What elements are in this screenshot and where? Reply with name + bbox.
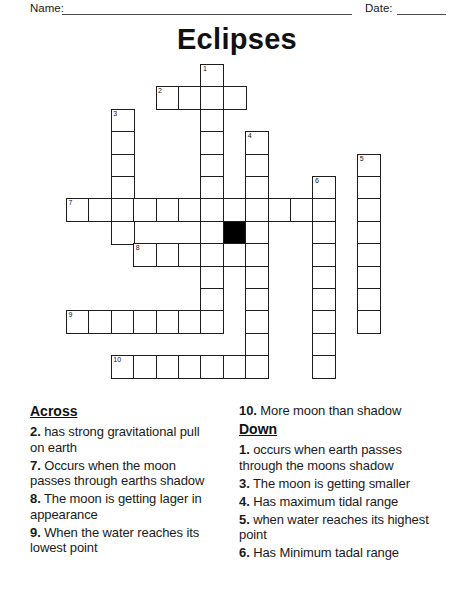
grid-cell-r8c4[interactable] (156, 243, 180, 267)
cell-number-5: 5 (360, 155, 364, 163)
grid-cell-r8c8[interactable] (245, 243, 269, 267)
grid-cell-r11c0[interactable]: 9 (66, 310, 90, 334)
grid-cell-r1c6[interactable] (200, 86, 224, 110)
clue-number: 9. (30, 525, 41, 540)
cell-number-2: 2 (158, 87, 162, 95)
grid-cell-r8c11[interactable] (312, 243, 336, 267)
across-heading: Across (30, 403, 216, 419)
clue-down-5: 5. when water reaches its highest point (239, 512, 437, 543)
clue-number: 6. (239, 545, 250, 560)
grid-cell-r8c7[interactable] (223, 243, 247, 267)
grid-cell-r13c6[interactable] (200, 355, 224, 379)
clue-number: 4. (239, 494, 250, 509)
grid-cell-r4c13[interactable]: 5 (357, 154, 381, 178)
clue-number: 10. (239, 403, 257, 418)
clues-right-column: 10. More moon than shadow Down 1. occurs… (239, 403, 437, 563)
grid-cell-r6c3[interactable] (133, 198, 157, 222)
grid-cell-r7c2[interactable] (111, 221, 135, 245)
grid-cell-r12c8[interactable] (245, 333, 269, 357)
grid-cell-r10c8[interactable] (245, 288, 269, 312)
grid-cell-r13c5[interactable] (178, 355, 202, 379)
clue-across-10: 10. More moon than shadow (239, 403, 437, 419)
grid-cell-r11c3[interactable] (133, 310, 157, 334)
grid-cell-r6c0[interactable]: 7 (66, 198, 90, 222)
grid-cell-r6c6[interactable] (200, 198, 224, 222)
black-cell-r7c7 (223, 221, 247, 245)
grid-cell-r13c2[interactable]: 10 (111, 355, 135, 379)
grid-cell-r9c6[interactable] (200, 266, 224, 290)
grid-cell-r7c6[interactable] (200, 221, 224, 245)
clue-down-1: 1. occurs when earth passes through the … (239, 442, 437, 473)
grid-cell-r6c11[interactable] (312, 198, 336, 222)
down-heading: Down (239, 421, 437, 437)
grid-cell-r2c6[interactable] (200, 109, 224, 133)
cell-number-8: 8 (136, 244, 140, 252)
cell-number-7: 7 (69, 199, 73, 207)
grid-cell-r13c3[interactable] (133, 355, 157, 379)
grid-cell-r5c2[interactable] (111, 176, 135, 200)
grid-cell-r0c6[interactable]: 1 (200, 64, 224, 88)
clue-across-8: 8. The moon is getting lager in appearan… (30, 491, 216, 522)
grid-cell-r7c11[interactable] (312, 221, 336, 245)
grid-cell-r6c1[interactable] (88, 198, 112, 222)
grid-cell-r12c11[interactable] (312, 333, 336, 357)
cell-number-4: 4 (248, 132, 252, 140)
across-clues-right: 10. More moon than shadow (239, 403, 437, 419)
grid-cell-r13c7[interactable] (223, 355, 247, 379)
across-clues-left: 2. has strong gravitational pull on eart… (30, 424, 216, 556)
grid-cell-r11c6[interactable] (200, 310, 224, 334)
grid-cell-r6c10[interactable] (290, 198, 314, 222)
clue-across-9: 9. When the water reaches its lowest poi… (30, 525, 216, 556)
grid-cell-r1c4[interactable]: 2 (156, 86, 180, 110)
grid-cell-r8c3[interactable]: 8 (133, 243, 157, 267)
grid-cell-r13c4[interactable] (156, 355, 180, 379)
grid-cell-r10c13[interactable] (357, 288, 381, 312)
grid-cell-r11c1[interactable] (88, 310, 112, 334)
grid-cell-r8c6[interactable] (200, 243, 224, 267)
clue-across-7: 7. Occurs when the moon passes through e… (30, 458, 216, 489)
grid-cell-r1c5[interactable] (178, 86, 202, 110)
grid-cell-r5c6[interactable] (200, 176, 224, 200)
grid-cell-r10c11[interactable] (312, 288, 336, 312)
grid-cell-r11c8[interactable] (245, 310, 269, 334)
grid-cell-r3c8[interactable]: 4 (245, 131, 269, 155)
grid-cell-r6c2[interactable] (111, 198, 135, 222)
clue-number: 1. (239, 442, 250, 457)
grid-cell-r11c2[interactable] (111, 310, 135, 334)
clue-number: 7. (30, 458, 41, 473)
cell-number-6: 6 (315, 177, 319, 185)
grid-cell-r7c8[interactable] (245, 221, 269, 245)
grid-cell-r5c13[interactable] (357, 176, 381, 200)
grid-cell-r9c11[interactable] (312, 266, 336, 290)
grid-cell-r13c8[interactable] (245, 355, 269, 379)
cell-number-3: 3 (113, 110, 117, 118)
clue-number: 8. (30, 491, 41, 506)
clue-down-3: 3. The moon is getting smaller (239, 476, 437, 492)
clue-across-2: 2. has strong gravitational pull on eart… (30, 424, 216, 455)
cell-number-1: 1 (203, 65, 207, 73)
date-blank-line[interactable] (397, 1, 446, 15)
clue-number: 2. (30, 424, 41, 439)
grid-cell-r5c8[interactable] (245, 176, 269, 200)
clue-number: 5. (239, 512, 250, 527)
grid-cell-r8c13[interactable] (357, 243, 381, 267)
grid-cell-r9c13[interactable] (357, 266, 381, 290)
grid-cell-r4c6[interactable] (200, 154, 224, 178)
grid-cell-r5c11[interactable]: 6 (312, 176, 336, 200)
clue-number: 3. (239, 476, 250, 491)
grid-cell-r11c4[interactable] (156, 310, 180, 334)
grid-cell-r6c9[interactable] (268, 198, 292, 222)
grid-cell-r3c6[interactable] (200, 131, 224, 155)
grid-cell-r3c2[interactable] (111, 131, 135, 155)
grid-cell-r6c13[interactable] (357, 198, 381, 222)
down-clues: 1. occurs when earth passes through the … (239, 442, 437, 561)
grid-cell-r11c13[interactable] (357, 310, 381, 334)
grid-cell-r6c4[interactable] (156, 198, 180, 222)
name-label: Name: (30, 2, 64, 14)
grid-cell-r11c11[interactable] (312, 310, 336, 334)
worksheet-page: Name: Date: Eclipses 12345678910 Across … (0, 0, 474, 613)
crossword-grid: 12345678910 (66, 64, 380, 378)
grid-cell-r6c8[interactable] (245, 198, 269, 222)
date-label: Date: (365, 2, 393, 14)
grid-cell-r13c11[interactable] (312, 355, 336, 379)
grid-cell-r1c7[interactable] (223, 86, 247, 110)
grid-cell-r7c13[interactable] (357, 221, 381, 245)
grid-cell-r6c7[interactable] (223, 198, 247, 222)
puzzle-title: Eclipses (0, 23, 474, 56)
grid-cell-r4c8[interactable] (245, 154, 269, 178)
clues-left-column: Across 2. has strong gravitational pull … (30, 403, 216, 558)
grid-cell-r4c2[interactable] (111, 154, 135, 178)
cell-number-9: 9 (69, 311, 73, 319)
cell-number-10: 10 (113, 356, 121, 364)
clue-down-4: 4. Has maximum tidal range (239, 494, 437, 510)
name-blank-line[interactable] (62, 1, 352, 15)
grid-cell-r10c6[interactable] (200, 288, 224, 312)
grid-cell-r2c2[interactable]: 3 (111, 109, 135, 133)
grid-cell-r9c8[interactable] (245, 266, 269, 290)
clue-down-6: 6. Has Minimum tadal range (239, 545, 437, 561)
grid-cell-r6c5[interactable] (178, 198, 202, 222)
grid-cell-r8c5[interactable] (178, 243, 202, 267)
grid-cell-r11c5[interactable] (178, 310, 202, 334)
